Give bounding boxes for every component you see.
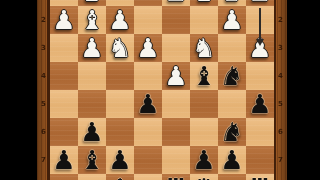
square-e2[interactable] bbox=[134, 6, 162, 34]
piece-white-pawn[interactable]: ♟ bbox=[80, 35, 103, 61]
square-c4[interactable]: ♝ bbox=[190, 62, 218, 90]
chess-app-screenshot: ♚♜♝♛♜♟♝♟♟♟♞♟♞♟♟♝♞♟♟♟♞♟♝♟♟♟♚♜♛♜ 223344556… bbox=[0, 0, 320, 180]
piece-white-pawn[interactable]: ♟ bbox=[220, 7, 243, 33]
square-f2[interactable]: ♟ bbox=[106, 6, 134, 34]
square-f3[interactable]: ♞ bbox=[106, 34, 134, 62]
rank-label-right-2: 2 bbox=[274, 16, 287, 24]
square-b3[interactable] bbox=[218, 34, 246, 62]
square-e4[interactable] bbox=[134, 62, 162, 90]
piece-black-pawn[interactable]: ♟ bbox=[108, 147, 131, 173]
square-c1[interactable]: ♝ bbox=[190, 0, 218, 6]
square-f5[interactable] bbox=[106, 90, 134, 118]
rank-label-right-4: 4 bbox=[274, 72, 287, 80]
square-c7[interactable]: ♟ bbox=[190, 146, 218, 174]
piece-black-pawn[interactable]: ♟ bbox=[192, 147, 215, 173]
letterbox-bar-left bbox=[0, 0, 37, 180]
square-g7[interactable]: ♝ bbox=[78, 146, 106, 174]
square-a4[interactable] bbox=[246, 62, 274, 90]
piece-black-pawn[interactable]: ♟ bbox=[248, 91, 271, 117]
piece-white-bishop[interactable]: ♝ bbox=[80, 7, 103, 33]
square-f8[interactable]: ♚ bbox=[106, 174, 134, 180]
square-h3[interactable] bbox=[50, 34, 78, 62]
piece-black-knight[interactable]: ♞ bbox=[220, 119, 243, 145]
rank-label-left-4: 4 bbox=[37, 72, 50, 80]
square-e3[interactable]: ♟ bbox=[134, 34, 162, 62]
square-a8[interactable]: ♜ bbox=[246, 174, 274, 180]
square-a7[interactable] bbox=[246, 146, 274, 174]
square-h2[interactable]: ♟ bbox=[50, 6, 78, 34]
square-d4[interactable]: ♟ bbox=[162, 62, 190, 90]
last-move-arrow bbox=[259, 8, 261, 40]
piece-white-pawn[interactable]: ♟ bbox=[164, 63, 187, 89]
square-c6[interactable] bbox=[190, 118, 218, 146]
square-f6[interactable] bbox=[106, 118, 134, 146]
square-h7[interactable]: ♟ bbox=[50, 146, 78, 174]
square-c2[interactable] bbox=[190, 6, 218, 34]
square-c5[interactable] bbox=[190, 90, 218, 118]
rank-label-right-5: 5 bbox=[274, 100, 287, 108]
square-b2[interactable]: ♟ bbox=[218, 6, 246, 34]
square-h4[interactable] bbox=[50, 62, 78, 90]
square-b4[interactable]: ♞ bbox=[218, 62, 246, 90]
square-c3[interactable]: ♞ bbox=[190, 34, 218, 62]
piece-white-pawn[interactable]: ♟ bbox=[108, 7, 131, 33]
square-e7[interactable] bbox=[134, 146, 162, 174]
square-g6[interactable]: ♟ bbox=[78, 118, 106, 146]
square-d5[interactable] bbox=[162, 90, 190, 118]
square-g5[interactable] bbox=[78, 90, 106, 118]
piece-white-bishop[interactable]: ♝ bbox=[192, 0, 215, 5]
piece-black-queen[interactable]: ♛ bbox=[192, 175, 215, 180]
square-d8[interactable]: ♜ bbox=[162, 174, 190, 180]
square-d3[interactable] bbox=[162, 34, 190, 62]
square-d7[interactable] bbox=[162, 146, 190, 174]
piece-black-pawn[interactable]: ♟ bbox=[136, 91, 159, 117]
square-g2[interactable]: ♝ bbox=[78, 6, 106, 34]
letterbox-bar-right bbox=[287, 0, 320, 180]
square-a6[interactable] bbox=[246, 118, 274, 146]
piece-black-rook[interactable]: ♜ bbox=[164, 175, 187, 180]
piece-black-bishop[interactable]: ♝ bbox=[192, 63, 215, 89]
piece-black-pawn[interactable]: ♟ bbox=[220, 147, 243, 173]
square-a5[interactable]: ♟ bbox=[246, 90, 274, 118]
rank-label-left-2: 2 bbox=[37, 16, 50, 24]
rank-label-right-7: 7 bbox=[274, 156, 287, 164]
square-d1[interactable]: ♜ bbox=[162, 0, 190, 6]
square-b6[interactable]: ♞ bbox=[218, 118, 246, 146]
square-g3[interactable]: ♟ bbox=[78, 34, 106, 62]
piece-black-knight[interactable]: ♞ bbox=[220, 63, 243, 89]
square-e6[interactable] bbox=[134, 118, 162, 146]
square-g4[interactable] bbox=[78, 62, 106, 90]
piece-white-pawn[interactable]: ♟ bbox=[52, 7, 75, 33]
rank-label-left-6: 6 bbox=[37, 128, 50, 136]
last-move-arrow-head-icon bbox=[256, 39, 264, 46]
piece-white-pawn[interactable]: ♟ bbox=[136, 35, 159, 61]
square-a1[interactable]: ♜ bbox=[246, 0, 274, 6]
board-inner-edge-right bbox=[274, 0, 276, 180]
square-d2[interactable] bbox=[162, 6, 190, 34]
piece-black-pawn[interactable]: ♟ bbox=[52, 147, 75, 173]
rank-label-right-3: 3 bbox=[274, 44, 287, 52]
square-c8[interactable]: ♛ bbox=[190, 174, 218, 180]
rank-label-left-7: 7 bbox=[37, 156, 50, 164]
square-b7[interactable]: ♟ bbox=[218, 146, 246, 174]
square-h6[interactable] bbox=[50, 118, 78, 146]
piece-white-knight[interactable]: ♞ bbox=[192, 35, 215, 61]
square-e5[interactable]: ♟ bbox=[134, 90, 162, 118]
piece-black-pawn[interactable]: ♟ bbox=[80, 119, 103, 145]
rank-label-right-6: 6 bbox=[274, 128, 287, 136]
rank-label-left-5: 5 bbox=[37, 100, 50, 108]
square-e8[interactable] bbox=[134, 174, 162, 180]
square-h5[interactable] bbox=[50, 90, 78, 118]
square-b5[interactable] bbox=[218, 90, 246, 118]
piece-black-bishop[interactable]: ♝ bbox=[80, 147, 103, 173]
piece-white-rook[interactable]: ♜ bbox=[164, 0, 187, 5]
piece-black-king[interactable]: ♚ bbox=[108, 175, 131, 180]
square-d6[interactable] bbox=[162, 118, 190, 146]
piece-white-rook[interactable]: ♜ bbox=[248, 0, 271, 5]
square-f7[interactable]: ♟ bbox=[106, 146, 134, 174]
square-f4[interactable] bbox=[106, 62, 134, 90]
rank-label-left-3: 3 bbox=[37, 44, 50, 52]
chess-board: ♚♜♝♛♜♟♝♟♟♟♞♟♞♟♟♝♞♟♟♟♞♟♝♟♟♟♚♜♛♜ bbox=[50, 0, 274, 180]
piece-black-rook[interactable]: ♜ bbox=[248, 175, 271, 180]
piece-white-knight[interactable]: ♞ bbox=[108, 35, 131, 61]
